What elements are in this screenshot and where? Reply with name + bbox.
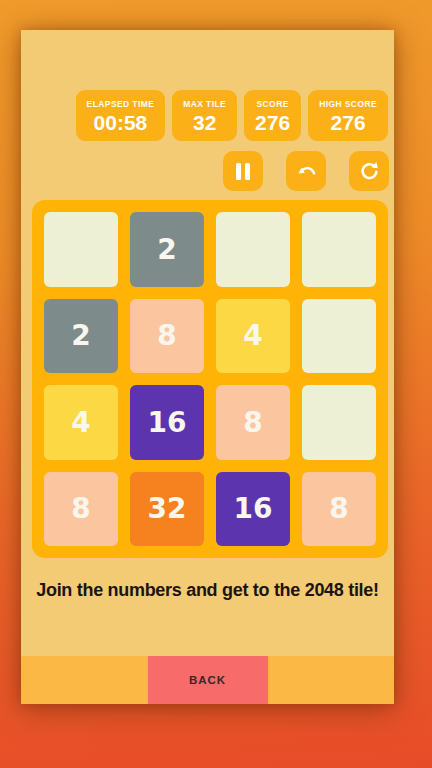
back-button[interactable]: BACK xyxy=(148,656,268,704)
stat-elapsed-time-label: ELAPSED TIME xyxy=(87,99,155,109)
stat-score-value: 276 xyxy=(255,112,290,134)
tile-16: 16 xyxy=(130,385,204,460)
restart-icon xyxy=(358,160,381,183)
stat-max-tile-value: 32 xyxy=(183,112,226,134)
tile-4: 4 xyxy=(44,385,118,460)
empty-cell xyxy=(216,212,290,287)
stat-max-tile: MAX TILE 32 xyxy=(172,90,237,141)
stat-score-label: SCORE xyxy=(255,99,290,109)
pause-button[interactable] xyxy=(223,151,263,191)
instruction-text: Join the numbers and get to the 2048 til… xyxy=(21,580,394,601)
stat-elapsed-time: ELAPSED TIME 00:58 xyxy=(76,90,166,141)
stat-high-score-label: HIGH SCORE xyxy=(319,99,377,109)
undo-button[interactable] xyxy=(286,151,326,191)
empty-cell xyxy=(302,212,376,287)
stat-elapsed-time-value: 00:58 xyxy=(87,112,155,134)
controls-row xyxy=(223,151,389,191)
tile-32: 32 xyxy=(130,472,204,547)
tile-8: 8 xyxy=(130,299,204,374)
stat-score: SCORE 276 xyxy=(244,90,301,141)
stat-high-score-value: 276 xyxy=(319,112,377,134)
restart-button[interactable] xyxy=(349,151,389,191)
tile-8: 8 xyxy=(216,385,290,460)
tile-4: 4 xyxy=(216,299,290,374)
tile-16: 16 xyxy=(216,472,290,547)
stat-max-tile-label: MAX TILE xyxy=(183,99,226,109)
tile-2: 2 xyxy=(44,299,118,374)
stats-row: ELAPSED TIME 00:58 MAX TILE 32 SCORE 276… xyxy=(76,90,388,141)
empty-cell xyxy=(44,212,118,287)
empty-cell xyxy=(302,385,376,460)
empty-cell xyxy=(302,299,376,374)
game-card: ELAPSED TIME 00:58 MAX TILE 32 SCORE 276… xyxy=(21,30,394,704)
tile-8: 8 xyxy=(302,472,376,547)
undo-icon xyxy=(295,160,318,183)
tile-2: 2 xyxy=(130,212,204,287)
tile-8: 8 xyxy=(44,472,118,547)
app-screen: ELAPSED TIME 00:58 MAX TILE 32 SCORE 276… xyxy=(0,0,432,768)
board[interactable]: 22844168832168 xyxy=(32,200,388,558)
bottom-strip: BACK xyxy=(21,656,394,704)
stat-high-score: HIGH SCORE 276 xyxy=(308,90,388,141)
pause-icon xyxy=(236,163,250,180)
